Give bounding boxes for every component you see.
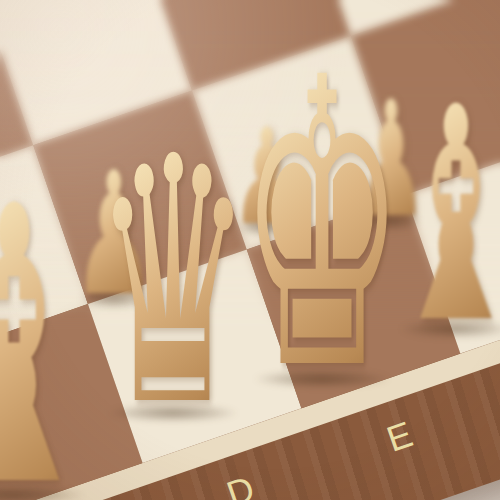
white-bishop-f1[interactable]: ♝ <box>395 95 500 331</box>
photo-stage: ABCDEFGH ♝♛♚♝♟♟♟ <box>0 0 500 500</box>
white-bishop-c1[interactable]: ♝ <box>0 192 92 497</box>
white-king-e1[interactable]: ♚ <box>248 63 396 381</box>
bishop-glyph: ♝ <box>0 200 101 497</box>
white-queen-d1[interactable]: ♛ <box>102 143 244 415</box>
queen-glyph: ♛ <box>93 150 252 415</box>
king-glyph: ♚ <box>239 71 405 381</box>
